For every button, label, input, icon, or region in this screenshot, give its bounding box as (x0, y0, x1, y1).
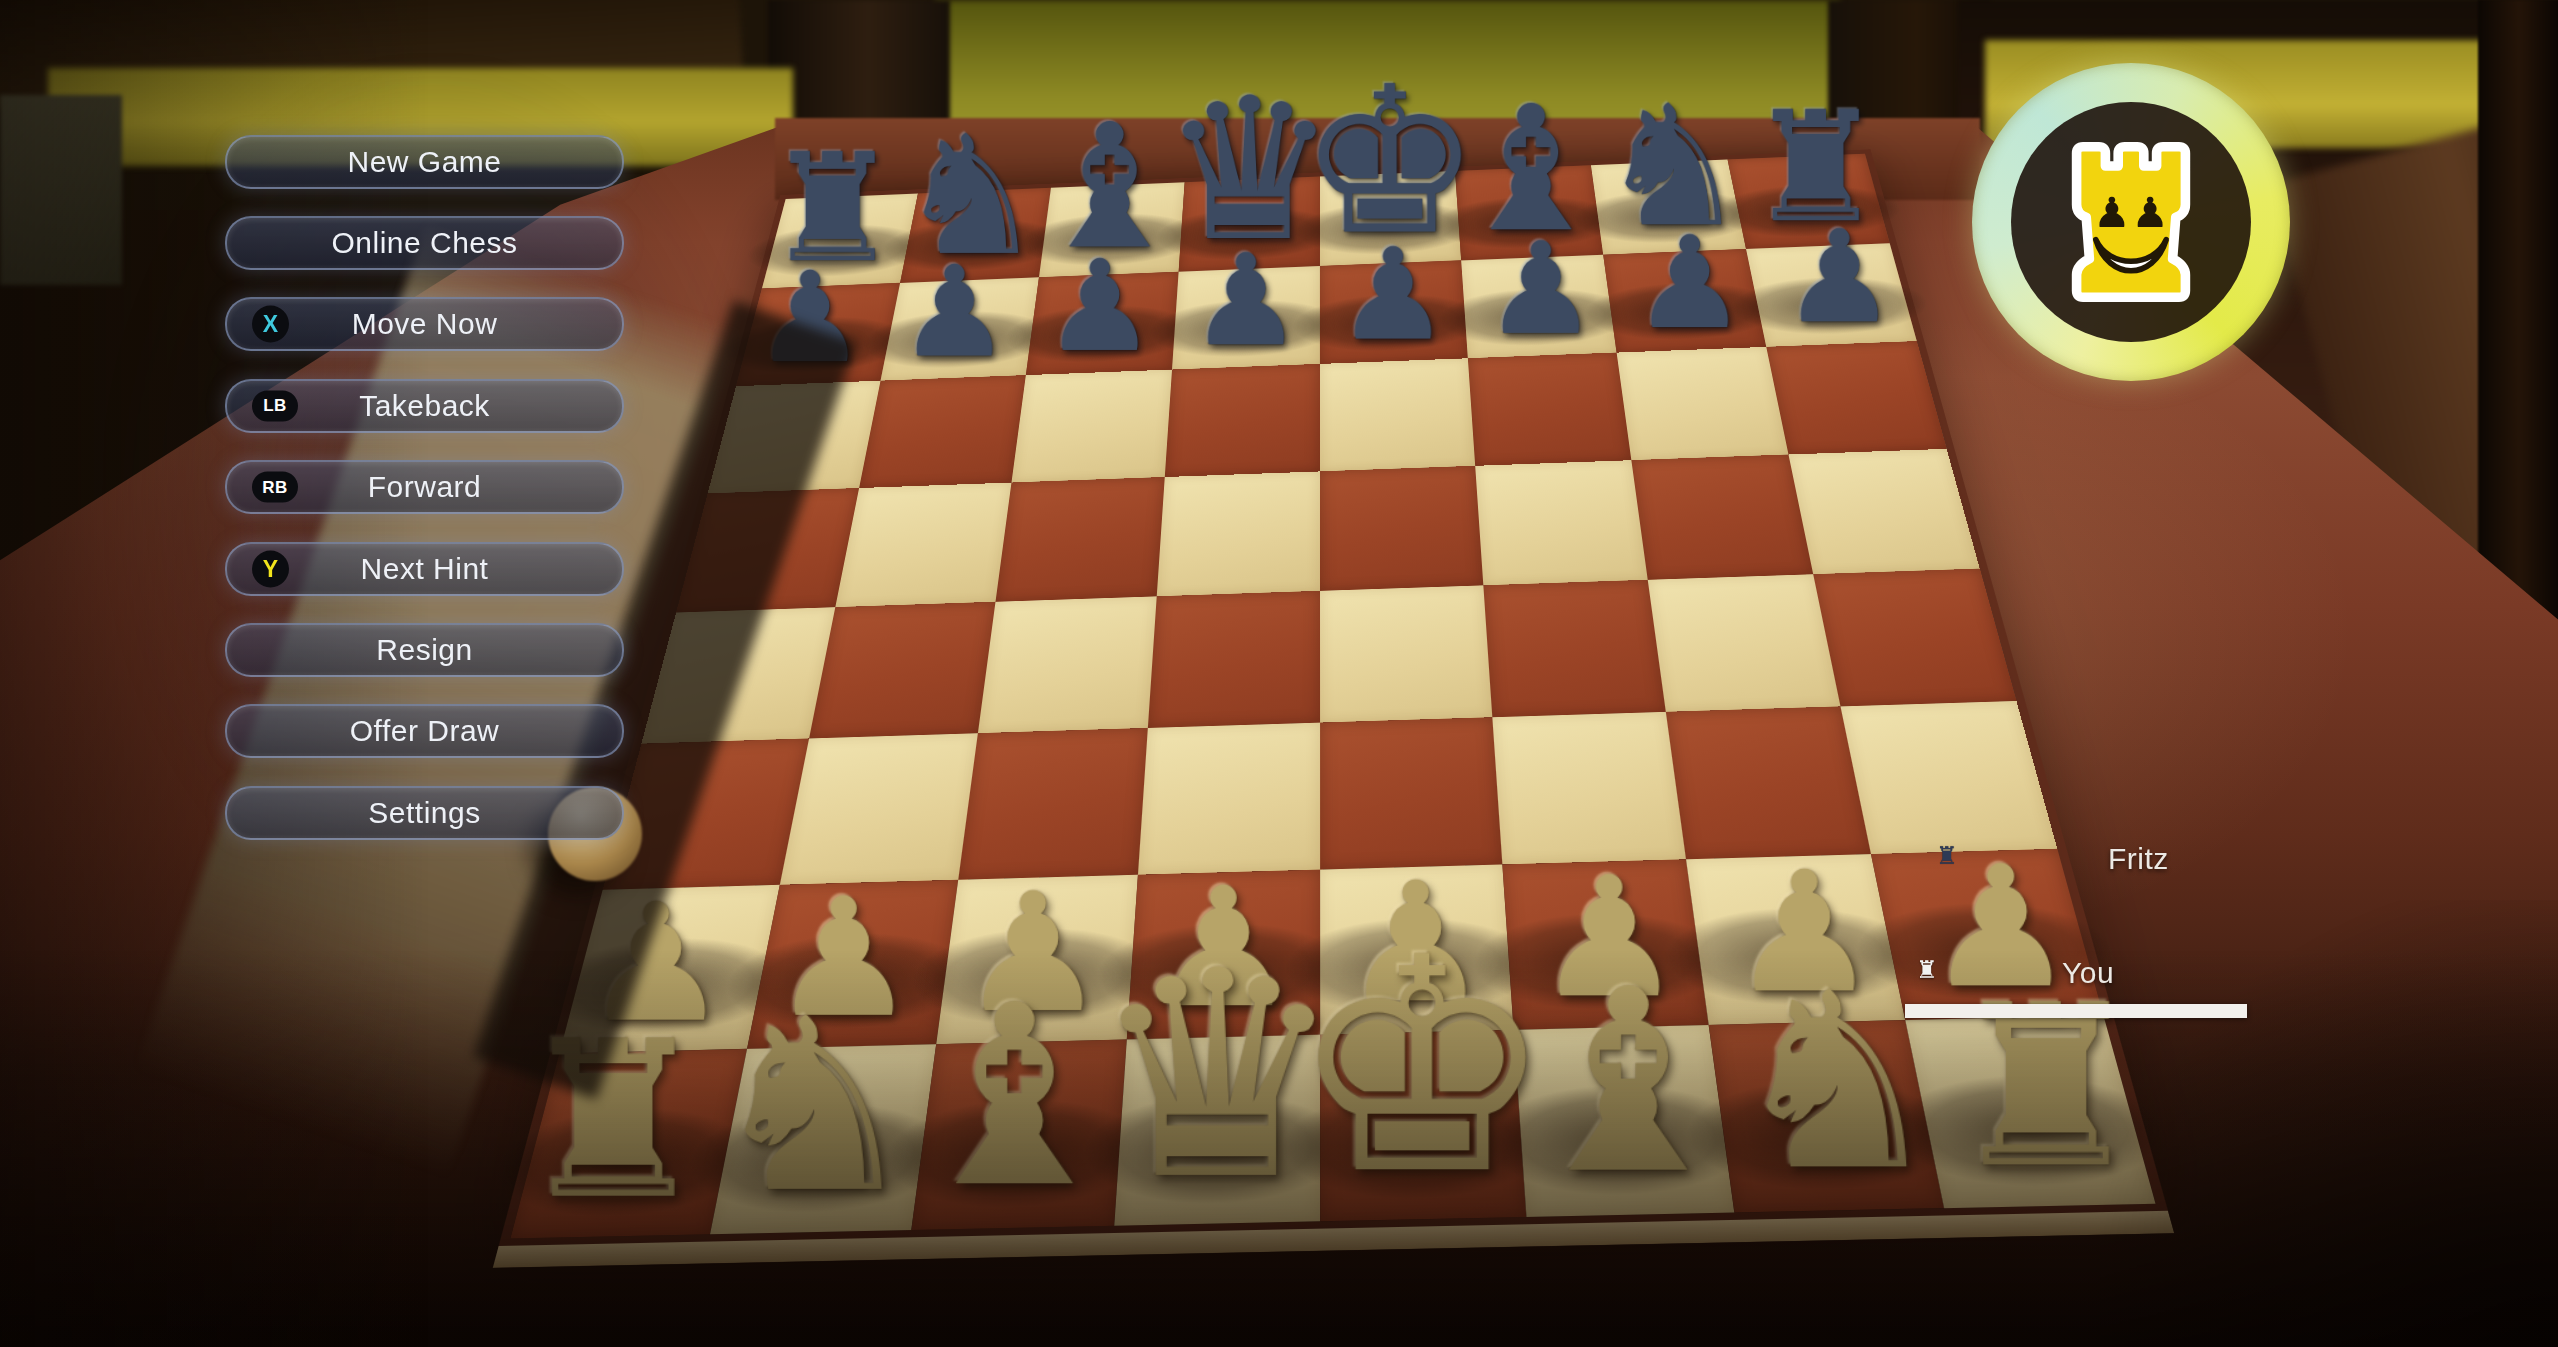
square-e6[interactable] (1320, 358, 1475, 471)
gamepad-badge-rb-icon: RB (252, 472, 298, 503)
rook-eye-left: ♟ (2093, 188, 2130, 237)
square-e4[interactable] (1320, 585, 1492, 722)
menu-button-offer-draw[interactable]: Offer Draw (225, 704, 624, 758)
black-pawn-d7[interactable]: ♟ (1189, 241, 1302, 361)
menu-button-forward[interactable]: RBForward (225, 460, 624, 514)
menu-button-label: Next Hint (361, 552, 489, 586)
square-b4[interactable] (809, 601, 996, 738)
square-b6[interactable] (859, 375, 1026, 488)
square-f5[interactable] (1475, 460, 1648, 585)
menu-button-label: Resign (376, 633, 472, 667)
square-g7[interactable]: ♟ (1603, 249, 1766, 353)
square-e7[interactable]: ♟ (1320, 260, 1468, 364)
square-c4[interactable] (978, 596, 1157, 733)
square-c5[interactable] (996, 477, 1165, 601)
menu-button-new-game[interactable]: New Game (225, 135, 624, 189)
square-g5[interactable] (1631, 455, 1813, 580)
square-f6[interactable] (1468, 353, 1632, 466)
square-d7[interactable]: ♟ (1172, 266, 1319, 370)
square-d5[interactable] (1157, 472, 1319, 596)
black-pawn-c7[interactable]: ♟ (1043, 247, 1156, 367)
square-g4[interactable] (1647, 574, 1840, 712)
square-c6[interactable] (1012, 370, 1173, 483)
square-d6[interactable] (1165, 364, 1319, 477)
black-pawn-f7[interactable]: ♟ (1484, 229, 1598, 350)
menu-button-label: New Game (347, 145, 501, 179)
square-c7[interactable]: ♟ (1026, 272, 1179, 376)
gamepad-badge-lb-icon: LB (252, 390, 298, 421)
black-side-icon: ♜ (1936, 844, 1958, 868)
square-h7[interactable]: ♟ (1746, 243, 1917, 347)
black-pawn-b7[interactable]: ♟ (898, 253, 1011, 372)
menu-button-label: Online Chess (331, 226, 517, 260)
rook-mascot-logo: ♟ ♟ (1972, 63, 2290, 381)
menu-button-label: Forward (368, 470, 482, 504)
black-pawn-h7[interactable]: ♟ (1783, 217, 1898, 338)
menu-button-label: Offer Draw (350, 714, 499, 748)
vignette-bottom-right (2100, 900, 2558, 1347)
square-h6[interactable] (1766, 341, 1947, 455)
square-e5[interactable] (1320, 466, 1483, 590)
menu-button-label: Move Now (352, 307, 498, 341)
opponent-name: Fritz (2108, 842, 2169, 876)
black-pawn-g7[interactable]: ♟ (1633, 223, 1747, 344)
gamepad-badge-x-icon: X (252, 306, 289, 343)
you-progress-fill (1905, 1004, 2247, 1018)
menu-button-move-now[interactable]: XMove Now (225, 297, 624, 351)
square-b5[interactable] (835, 483, 1011, 607)
menu-button-settings[interactable]: Settings (225, 786, 624, 840)
rook-eye-right: ♟ (2132, 188, 2169, 237)
square-h5[interactable] (1788, 449, 1979, 574)
menu-button-label: Settings (368, 796, 480, 830)
gamepad-badge-y-icon: Y (252, 550, 289, 587)
black-pawn-e7[interactable]: ♟ (1336, 235, 1450, 355)
square-f7[interactable]: ♟ (1461, 255, 1617, 359)
square-g6[interactable] (1616, 347, 1788, 460)
menu-button-takeback[interactable]: LBTakeback (225, 379, 624, 433)
menu-button-online-chess[interactable]: Online Chess (225, 216, 624, 270)
your-name: You (2062, 956, 2114, 990)
square-d4[interactable] (1148, 591, 1319, 728)
white-side-icon: ♜ (1916, 958, 1938, 982)
menu-button-resign[interactable]: Resign (225, 623, 624, 677)
menu-button-label: Takeback (359, 389, 490, 423)
rook-mascot-icon: ♟ ♟ (2051, 134, 2211, 310)
square-f4[interactable] (1483, 579, 1666, 716)
square-b3[interactable] (780, 733, 978, 885)
menu-button-next-hint[interactable]: YNext Hint (225, 542, 624, 596)
you-progress-bar (1905, 1004, 2247, 1018)
